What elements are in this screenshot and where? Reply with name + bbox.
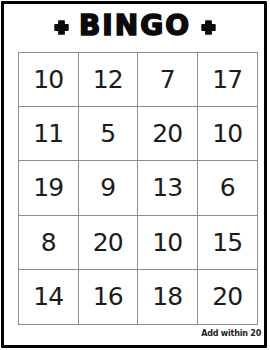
bingo-grid: 10 12 7 17 11 5 20 10 19 9 13 6 8 20 10 … [18,52,258,325]
skill-caption: Add within 20 [201,329,261,338]
bingo-cell: 19 [19,161,79,215]
bingo-cell: 15 [198,216,258,270]
bingo-card-page: BINGO 10 12 7 17 11 5 20 10 19 9 13 6 8 … [0,0,270,350]
bingo-cell: 14 [19,270,79,324]
bingo-cell: 20 [198,270,258,324]
bingo-cell: 10 [138,216,198,270]
bingo-cell: 20 [79,216,139,270]
bingo-cell: 11 [19,107,79,161]
bingo-cell: 7 [138,53,198,107]
plus-icon [200,19,217,36]
bingo-cell: 12 [79,53,139,107]
card-header: BINGO [0,10,270,44]
bingo-cell: 18 [138,270,198,324]
bingo-cell: 16 [79,270,139,324]
bingo-cell: 10 [198,107,258,161]
card-title: BINGO [79,12,191,40]
bingo-cell: 9 [79,161,139,215]
bingo-cell: 10 [19,53,79,107]
bingo-cell: 6 [198,161,258,215]
bingo-cell: 17 [198,53,258,107]
plus-icon [53,19,70,36]
bingo-cell: 20 [138,107,198,161]
bingo-cell: 5 [79,107,139,161]
bingo-cell: 13 [138,161,198,215]
bingo-cell: 8 [19,216,79,270]
